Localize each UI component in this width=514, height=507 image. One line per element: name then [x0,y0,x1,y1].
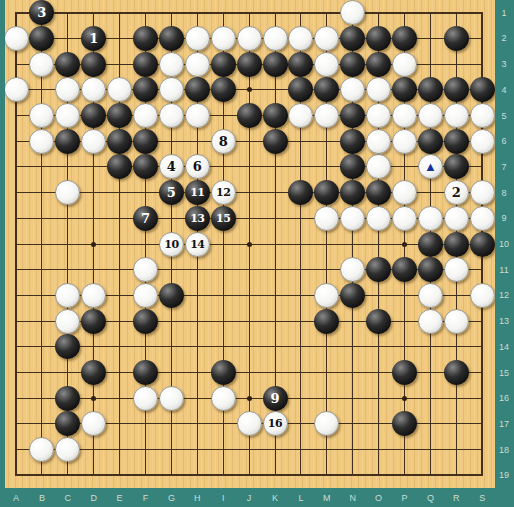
coord-number-4: 4 [501,85,506,94]
coord-letter-D: D [90,494,97,503]
stone-R5[interactable] [444,103,469,128]
stone-G10[interactable]: 10 [159,232,184,257]
coord-letter-C: C [65,494,72,503]
stone-H4[interactable] [185,77,210,102]
stone-M8[interactable] [314,180,339,205]
stone-S10[interactable] [470,232,495,257]
stone-F6[interactable] [133,129,158,154]
stone-Q5[interactable] [418,103,443,128]
move-number-label: 1 [89,32,98,45]
stone-K16[interactable]: 9 [263,386,288,411]
stone-L5[interactable] [288,103,313,128]
stone-F16[interactable] [133,386,158,411]
coord-number-13: 13 [499,317,509,326]
stone-S9[interactable] [470,206,495,231]
move-number-label: 11 [190,187,204,198]
stone-Q4[interactable] [418,77,443,102]
coord-number-11: 11 [499,265,508,274]
stone-O9[interactable] [366,206,391,231]
coord-number-15: 15 [499,368,509,377]
stone-N4[interactable] [340,77,365,102]
move-number-label: 6 [193,160,202,173]
coord-number-14: 14 [499,342,509,351]
stone-P11[interactable] [392,257,417,282]
move-number-label: 4 [167,160,176,173]
stone-P17[interactable] [392,411,417,436]
stone-M5[interactable] [314,103,339,128]
stone-H5[interactable] [185,103,210,128]
stone-O11[interactable] [366,257,391,282]
stone-F12[interactable] [133,283,158,308]
stone-C8[interactable] [55,180,80,205]
stone-P15[interactable] [392,360,417,385]
stone-S5[interactable] [470,103,495,128]
stone-O13[interactable] [366,309,391,334]
stone-L8[interactable] [288,180,313,205]
stone-R8[interactable]: 2 [444,180,469,205]
move-number-label: 13 [190,213,204,224]
stone-Q7[interactable]: ▲ [418,154,443,179]
coord-number-8: 8 [501,188,506,197]
stone-C3[interactable] [55,52,80,77]
coord-number-2: 2 [501,34,506,43]
stone-S12[interactable] [470,283,495,308]
coord-letter-M: M [323,494,331,503]
coord-letter-H: H [194,494,201,503]
stone-R10[interactable] [444,232,469,257]
coord-number-19: 19 [499,471,509,480]
stone-R4[interactable] [444,77,469,102]
stone-F9[interactable]: 7 [133,206,158,231]
stone-N7[interactable] [340,154,365,179]
stone-N3[interactable] [340,52,365,77]
grid-line-horizontal [15,449,483,450]
coord-number-1: 1 [501,8,506,17]
stone-P8[interactable] [392,180,417,205]
stone-G5[interactable] [159,103,184,128]
stone-J17[interactable] [237,411,262,436]
coord-number-18: 18 [499,445,509,454]
coord-number-7: 7 [501,162,506,171]
stone-Q6[interactable] [418,129,443,154]
stone-O5[interactable] [366,103,391,128]
move-number-label: 9 [270,392,279,405]
stone-Q11[interactable] [418,257,443,282]
stone-I6[interactable]: 8 [211,129,236,154]
coord-letter-B: B [39,494,45,503]
stone-O6[interactable] [366,129,391,154]
stone-L2[interactable] [288,26,313,51]
coord-letter-K: K [272,494,278,503]
stone-I8[interactable]: 12 [211,180,236,205]
stone-G12[interactable] [159,283,184,308]
move-number-label: 14 [190,239,204,250]
move-number-label: 8 [219,135,228,148]
coord-number-5: 5 [501,111,506,120]
coord-number-3: 3 [501,60,506,69]
go-board[interactable]: 31846▲511122713151014916 [5,0,495,488]
coord-letter-I: I [222,494,225,503]
stone-O2[interactable] [366,26,391,51]
stone-H8[interactable]: 11 [185,180,210,205]
move-number-label: 16 [268,418,282,429]
stone-P5[interactable] [392,103,417,128]
stone-D13[interactable] [81,309,106,334]
move-number-label: 10 [164,239,178,250]
stone-G8[interactable]: 5 [159,180,184,205]
go-board-app: 31846▲511122713151014916 ABCDEFGHIJKLMNO… [0,0,514,507]
stone-B5[interactable] [29,103,54,128]
stone-N1[interactable] [340,0,365,25]
move-number-label: 2 [452,186,461,199]
stone-K3[interactable] [263,52,288,77]
stone-H3[interactable] [185,52,210,77]
stone-L3[interactable] [288,52,313,77]
stone-C4[interactable] [55,77,80,102]
stone-P2[interactable] [392,26,417,51]
coord-letter-N: N [349,494,356,503]
stone-J2[interactable] [237,26,262,51]
coord-letter-L: L [298,494,303,503]
stone-B1[interactable]: 3 [29,0,54,25]
stone-D12[interactable] [81,283,106,308]
star-point [402,396,407,401]
stone-R15[interactable] [444,360,469,385]
stone-G7[interactable]: 4 [159,154,184,179]
stone-R2[interactable] [444,26,469,51]
stone-R7[interactable] [444,154,469,179]
stone-F15[interactable] [133,360,158,385]
stone-D17[interactable] [81,411,106,436]
stone-S4[interactable] [470,77,495,102]
coord-letter-S: S [479,494,485,503]
coord-number-9: 9 [501,214,506,223]
stone-I9[interactable]: 15 [211,206,236,231]
coord-letter-O: O [375,494,382,503]
coord-letter-J: J [247,494,252,503]
stone-I16[interactable] [211,386,236,411]
coord-number-6: 6 [501,137,506,146]
stone-D6[interactable] [81,129,106,154]
frame-right [495,0,514,507]
stone-H7[interactable]: 6 [185,154,210,179]
move-number-label: 15 [216,213,230,224]
coord-letter-G: G [168,494,175,503]
stone-F2[interactable] [133,26,158,51]
coord-letter-Q: Q [427,494,434,503]
stone-C14[interactable] [55,334,80,359]
stone-B2[interactable] [29,26,54,51]
coord-number-10: 10 [499,240,509,249]
coord-letter-E: E [117,494,123,503]
stone-K17[interactable]: 16 [263,411,288,436]
stone-C12[interactable] [55,283,80,308]
stone-B6[interactable] [29,129,54,154]
stone-E7[interactable] [107,154,132,179]
stone-B18[interactable] [29,437,54,462]
stone-F7[interactable] [133,154,158,179]
stone-Q9[interactable] [418,206,443,231]
stone-M12[interactable] [314,283,339,308]
stone-M4[interactable] [314,77,339,102]
stone-F5[interactable] [133,103,158,128]
stone-I15[interactable] [211,360,236,385]
stone-H2[interactable] [185,26,210,51]
coord-letter-R: R [453,494,460,503]
stone-C17[interactable] [55,411,80,436]
coord-number-12: 12 [499,291,509,300]
coord-number-16: 16 [499,394,509,403]
frame-bottom [0,488,514,507]
grid-line-horizontal [15,346,483,347]
stone-N11[interactable] [340,257,365,282]
move-number-label: 12 [216,187,230,198]
star-point [91,242,96,247]
stone-H10[interactable]: 14 [185,232,210,257]
coord-number-17: 17 [499,419,509,428]
move-number-label: 5 [167,186,176,199]
stone-K6[interactable] [263,129,288,154]
stone-K5[interactable] [263,103,288,128]
stone-Q12[interactable] [418,283,443,308]
stone-F3[interactable] [133,52,158,77]
stone-D4[interactable] [81,77,106,102]
stone-E6[interactable] [107,129,132,154]
grid-line-horizontal [15,474,483,476]
stone-F11[interactable] [133,257,158,282]
frame-left [0,0,5,507]
stone-F13[interactable] [133,309,158,334]
stone-O8[interactable] [366,180,391,205]
stone-L4[interactable] [288,77,313,102]
star-point [247,242,252,247]
stone-P6[interactable] [392,129,417,154]
stone-N2[interactable] [340,26,365,51]
move-number-label: 7 [141,212,150,225]
stone-I2[interactable] [211,26,236,51]
star-point [247,87,252,92]
stone-S8[interactable] [470,180,495,205]
stone-H9[interactable]: 13 [185,206,210,231]
stone-P9[interactable] [392,206,417,231]
stone-O7[interactable] [366,154,391,179]
stone-D2[interactable]: 1 [81,26,106,51]
stone-I3[interactable] [211,52,236,77]
stone-R9[interactable] [444,206,469,231]
stone-D5[interactable] [81,103,106,128]
stone-D15[interactable] [81,360,106,385]
stone-A4[interactable] [4,77,29,102]
stone-R11[interactable] [444,257,469,282]
stone-S6[interactable] [470,129,495,154]
stone-N12[interactable] [340,283,365,308]
coord-letter-F: F [143,494,149,503]
star-point [247,396,252,401]
stone-A2[interactable] [4,26,29,51]
move-number-label: 3 [37,6,46,19]
triangle-mark-icon: ▲ [424,160,437,173]
stone-N9[interactable] [340,206,365,231]
stone-C5[interactable] [55,103,80,128]
stone-D3[interactable] [81,52,106,77]
stone-R13[interactable] [444,309,469,334]
stone-G2[interactable] [159,26,184,51]
stone-Q10[interactable] [418,232,443,257]
stone-C6[interactable] [55,129,80,154]
stone-J3[interactable] [237,52,262,77]
stone-C16[interactable] [55,386,80,411]
star-point [402,242,407,247]
stone-M9[interactable] [314,206,339,231]
stone-G16[interactable] [159,386,184,411]
stone-Q13[interactable] [418,309,443,334]
coord-letter-P: P [401,494,407,503]
stone-M17[interactable] [314,411,339,436]
stone-M3[interactable] [314,52,339,77]
stone-P3[interactable] [392,52,417,77]
star-point [91,396,96,401]
stone-M13[interactable] [314,309,339,334]
stone-B3[interactable] [29,52,54,77]
stone-C18[interactable] [55,437,80,462]
stone-N6[interactable] [340,129,365,154]
stone-C13[interactable] [55,309,80,334]
stone-G3[interactable] [159,52,184,77]
stone-E5[interactable] [107,103,132,128]
stone-M2[interactable] [314,26,339,51]
stone-G4[interactable] [159,77,184,102]
stone-N8[interactable] [340,180,365,205]
stone-F4[interactable] [133,77,158,102]
stone-J5[interactable] [237,103,262,128]
stone-O3[interactable] [366,52,391,77]
stone-P4[interactable] [392,77,417,102]
stone-I4[interactable] [211,77,236,102]
stone-O4[interactable] [366,77,391,102]
stone-K2[interactable] [263,26,288,51]
coord-letter-A: A [13,494,19,503]
stone-R6[interactable] [444,129,469,154]
stone-E4[interactable] [107,77,132,102]
stone-N5[interactable] [340,103,365,128]
